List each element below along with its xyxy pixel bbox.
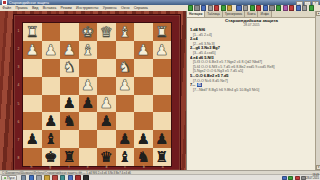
toolbar-group-1	[188, 5, 233, 10]
square-e2[interactable]: ♝	[79, 41, 98, 59]
square-e1[interactable]: ♚	[79, 23, 98, 41]
toolbar-icon-1-4[interactable]	[208, 5, 213, 10]
toolbar-icon-2-11[interactable]	[302, 5, 307, 10]
black-knight[interactable]: ♞	[137, 149, 150, 164]
black-rook[interactable]: ♜	[63, 149, 76, 164]
square-h2[interactable]: ♟	[23, 41, 42, 59]
game-date: 28.07.2015	[187, 23, 316, 27]
square-a4[interactable]	[153, 77, 172, 95]
board-background-wood: 12345678 ♜♚♛♝♜♟♟♟♝♟♟♞♞♟♟♟♟♟♟♞♟♟♝♟♟♟♚♜♛♝♞…	[0, 11, 186, 170]
tab-таблица[interactable]: Таблица	[205, 11, 223, 17]
menu-item-режим[interactable]: Режим	[58, 6, 73, 10]
board-frame: 12345678 ♜♚♛♝♜♟♟♟♝♟♟♞♞♟♟♟♟♟♟♞♟♟♝♟♟♟♚♜♛♝♞…	[13, 14, 181, 171]
window-title: Староиндийская защита	[9, 1, 49, 5]
toolbar-icon-2-7[interactable]	[276, 5, 281, 10]
file-label-g: g	[41, 164, 60, 170]
square-h1[interactable]: ♜	[23, 23, 42, 41]
white-rook[interactable]: ♜	[155, 24, 168, 39]
square-h3[interactable]	[23, 59, 42, 77]
start-label: Пуск	[7, 176, 14, 180]
toolbar-icon-2-2[interactable]	[243, 5, 248, 10]
square-e3[interactable]	[79, 59, 98, 77]
chess-application-window: Староиндийская защита _□× ФайлПравкаВидВ…	[0, 0, 320, 180]
black-bishop[interactable]: ♝	[118, 149, 131, 164]
square-f6[interactable]: ♞	[60, 112, 79, 130]
toolbar-icon-2-3[interactable]	[250, 5, 255, 10]
square-a6[interactable]	[153, 112, 172, 130]
black-pawn[interactable]: ♟	[81, 96, 94, 111]
file-label-d: d	[97, 164, 116, 170]
white-bishop[interactable]: ♝	[81, 42, 94, 57]
square-e7[interactable]	[79, 130, 98, 148]
white-pawn[interactable]: ♟	[118, 78, 131, 93]
menu-item-вид[interactable]: Вид	[30, 6, 41, 10]
toolbar-icon-1-1[interactable]	[188, 5, 193, 10]
square-b4[interactable]	[134, 77, 153, 95]
white-queen[interactable]: ♛	[100, 24, 113, 39]
square-c2[interactable]	[116, 41, 135, 59]
square-c7[interactable]: ♟	[116, 130, 135, 148]
black-pawn[interactable]: ♟	[100, 114, 113, 129]
notation-scrollbar[interactable]: ▲ ▼	[315, 11, 320, 170]
rank-label-8: 8	[15, 149, 22, 167]
menu-item-файл[interactable]: Файл	[0, 6, 13, 10]
square-d4[interactable]	[97, 77, 116, 95]
taskbar-clock[interactable]: 18:49 28.07.2015	[306, 175, 319, 180]
square-g6[interactable]: ♟	[42, 112, 61, 130]
quicklaunch-icon-6[interactable]	[60, 175, 66, 180]
square-g4[interactable]	[42, 77, 61, 95]
square-c1[interactable]: ♝	[116, 23, 135, 41]
notation-panel: НотацияТаблицаТренировкаКнигаИнфо Старои…	[186, 11, 320, 170]
toolbar-icon-1-2[interactable]	[194, 5, 199, 10]
square-b2[interactable]: ♟	[134, 41, 153, 59]
rank-label-6: 6	[15, 113, 22, 131]
square-g2[interactable]: ♟	[42, 41, 61, 59]
black-knight[interactable]: ♞	[63, 114, 76, 129]
rank-label-3: 3	[15, 58, 22, 76]
toolbar-icon-2-9[interactable]	[289, 5, 294, 10]
variation-line-14[interactable]: [7...Nbd7 8.Bg5 h6 9.Bh4 g5 10.Bg3 Nh5]	[190, 88, 314, 93]
square-f4[interactable]	[60, 77, 79, 95]
rank-label-2: 2	[15, 40, 22, 58]
square-e4[interactable]: ♟	[79, 77, 98, 95]
white-knight[interactable]: ♞	[63, 60, 76, 75]
menu-item-вставка[interactable]: Вставка	[41, 6, 59, 10]
file-label-f: f	[60, 164, 79, 170]
square-f7[interactable]	[60, 130, 79, 148]
quicklaunch-icon-5[interactable]	[52, 175, 58, 180]
rank-label-1: 1	[15, 22, 22, 40]
white-pawn[interactable]: ♟	[44, 42, 57, 57]
white-bishop[interactable]: ♝	[118, 24, 131, 39]
toolbar-icon-2-12[interactable]	[309, 5, 314, 10]
square-b5[interactable]	[134, 95, 153, 113]
menu-item-окно[interactable]: Окно	[119, 6, 132, 10]
toolbar-icon-1-3[interactable]	[201, 5, 206, 10]
white-pawn[interactable]: ♟	[137, 42, 150, 57]
toolbar-icon-2-10[interactable]	[296, 5, 301, 10]
file-label-h: h	[22, 164, 41, 170]
start-button[interactable]: Пуск	[1, 175, 17, 180]
menu-item-инструменты[interactable]: Инструменты	[74, 6, 101, 10]
system-tray	[282, 175, 306, 180]
square-f3[interactable]: ♞	[60, 59, 79, 77]
black-king[interactable]: ♚	[44, 149, 57, 164]
square-f5[interactable]: ♟	[60, 95, 79, 113]
square-d1[interactable]: ♛	[97, 23, 116, 41]
square-g7[interactable]: ♝	[42, 130, 61, 148]
square-a1[interactable]: ♜	[153, 23, 172, 41]
square-e5[interactable]: ♟	[79, 95, 98, 113]
quicklaunch-icon-3[interactable]	[36, 175, 42, 180]
menu-item-уровень[interactable]: Уровень	[101, 6, 119, 10]
square-g5[interactable]	[42, 95, 61, 113]
square-h7[interactable]: ♟	[23, 130, 42, 148]
square-d6[interactable]: ♟	[97, 112, 116, 130]
square-b3[interactable]	[134, 59, 153, 77]
white-knight[interactable]: ♞	[118, 60, 131, 75]
toolbar-icon-2-1[interactable]	[236, 5, 241, 10]
quicklaunch-icon-7[interactable]	[68, 175, 74, 180]
start-orb-icon	[4, 177, 7, 180]
menu-items: ФайлПравкаВидВставкаРежимИнструментыУров…	[0, 6, 150, 10]
square-h4[interactable]	[23, 77, 42, 95]
square-f1[interactable]	[60, 23, 79, 41]
square-e6[interactable]	[79, 112, 98, 130]
quicklaunch-icon-8[interactable]	[75, 175, 81, 180]
white-pawn[interactable]: ♟	[63, 42, 76, 57]
square-c4[interactable]: ♟	[116, 77, 135, 95]
notation-tabs: НотацияТаблицаТренировкаКнигаИнфо	[187, 11, 316, 18]
white-king[interactable]: ♚	[81, 24, 94, 39]
rank-label-5: 5	[15, 95, 22, 113]
menu-item-справка[interactable]: Справка	[132, 6, 150, 10]
file-labels: hgfedcba	[22, 164, 172, 170]
clock-date: 28.07.2015	[306, 178, 319, 180]
white-pawn[interactable]: ♟	[81, 78, 94, 93]
menu-item-правка[interactable]: Правка	[13, 6, 30, 10]
black-pawn[interactable]: ♟	[118, 131, 131, 146]
rank-label-4: 4	[15, 76, 22, 94]
toolbar-icon-1-6[interactable]	[221, 5, 226, 10]
white-pawn[interactable]: ♟	[100, 96, 113, 111]
tray-icon-1[interactable]	[282, 176, 287, 180]
square-b1[interactable]	[134, 23, 153, 41]
toolbar-icon-1-5[interactable]	[214, 5, 219, 10]
move-list[interactable]: 1.d4 Nf6[1...d5 2.c4]2.c4[2...e6 3.Nc3]2…	[190, 28, 314, 92]
quicklaunch-icon-4[interactable]	[44, 175, 50, 180]
square-h5[interactable]	[23, 95, 42, 113]
taskbar: Пуск 18:49 28.07.2015	[0, 174, 320, 180]
black-pawn[interactable]: ♟	[155, 131, 168, 146]
square-a2[interactable]: ♟	[153, 41, 172, 59]
square-d3[interactable]	[97, 59, 116, 77]
current-move-highlight[interactable]: f5	[197, 83, 202, 87]
rank-label-7: 7	[15, 131, 22, 149]
square-a5[interactable]	[153, 95, 172, 113]
tab-инфо[interactable]: Инфо	[258, 11, 271, 17]
quicklaunch-icon-1[interactable]	[21, 175, 27, 180]
quick-launch-icons	[21, 175, 89, 180]
black-pawn[interactable]: ♟	[26, 131, 39, 146]
square-d2[interactable]	[97, 41, 116, 59]
main-area: 12345678 ♜♚♛♝♜♟♟♟♝♟♟♞♞♟♟♟♟♟♟♞♟♟♝♟♟♟♚♜♛♝♞…	[0, 11, 320, 170]
white-pawn[interactable]: ♟	[155, 42, 168, 57]
tab-нотация[interactable]: Нотация	[187, 11, 205, 17]
toolbar-icon-2-8[interactable]	[283, 5, 288, 10]
quicklaunch-icon-9[interactable]	[83, 175, 89, 180]
scroll-up-arrow[interactable]: ▲	[316, 11, 320, 16]
white-pawn[interactable]: ♟	[26, 42, 39, 57]
square-c3[interactable]: ♞	[116, 59, 135, 77]
white-rook[interactable]: ♜	[26, 24, 39, 39]
tray-icon-3[interactable]	[295, 176, 300, 180]
quicklaunch-icon-2[interactable]	[29, 175, 35, 180]
square-a3[interactable]	[153, 59, 172, 77]
square-f2[interactable]: ♟	[60, 41, 79, 59]
black-pawn[interactable]: ♟	[44, 114, 57, 129]
black-bishop[interactable]: ♝	[44, 131, 57, 146]
toolbar-icon-2-6[interactable]	[269, 5, 274, 10]
tab-книга[interactable]: Книга	[245, 11, 258, 17]
file-label-c: c	[116, 164, 135, 170]
square-h6[interactable]	[23, 112, 42, 130]
black-pawn[interactable]: ♟	[137, 131, 150, 146]
rank-labels: 12345678	[15, 22, 22, 167]
square-a7[interactable]: ♟	[153, 130, 172, 148]
square-c6[interactable]	[116, 112, 135, 130]
black-queen[interactable]: ♛	[100, 149, 113, 164]
square-d5[interactable]: ♟	[97, 95, 116, 113]
toolbar-group-2	[236, 5, 314, 10]
toolbar-icon-1-7[interactable]	[227, 5, 232, 10]
square-g3[interactable]	[42, 59, 61, 77]
tab-тренировка[interactable]: Тренировка	[223, 11, 245, 17]
black-rook[interactable]: ♜	[155, 149, 168, 164]
toolbar-icon-2-5[interactable]	[263, 5, 268, 10]
square-b6[interactable]	[134, 112, 153, 130]
board-grid[interactable]: ♜♚♛♝♜♟♟♟♝♟♟♞♞♟♟♟♟♟♟♞♟♟♝♟♟♟♚♜♛♝♞♜	[22, 22, 172, 167]
toolbar-icon-2-4[interactable]	[256, 5, 261, 10]
file-label-a: a	[153, 164, 172, 170]
file-label-b: b	[135, 164, 154, 170]
square-c5[interactable]	[116, 95, 135, 113]
square-g1[interactable]	[42, 23, 61, 41]
square-b7[interactable]: ♟	[134, 130, 153, 148]
tray-icon-2[interactable]	[288, 176, 293, 180]
black-pawn[interactable]: ♟	[63, 96, 76, 111]
file-label-e: e	[78, 164, 97, 170]
square-d7[interactable]	[97, 130, 116, 148]
move-number: 7...	[190, 83, 197, 87]
notation-header: Староиндийская защита 28.07.2015	[187, 18, 316, 27]
